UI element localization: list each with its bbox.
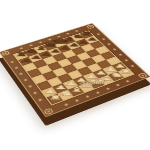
piece-black-pawn: ♟	[40, 48, 52, 56]
piece-black-king: ♚	[55, 37, 66, 44]
piece-black-knight: ♞	[26, 46, 38, 53]
photo-frame: ♜♞♝♛♚♝♞♜♟♟♟♟♟♟♟♟♟♟♟♟♟♟♟♟♜♞♝♛♚♝♞♜	[0, 0, 150, 150]
piece-black-bishop: ♝	[36, 43, 48, 50]
black-knight-glyph: ♞	[24, 49, 40, 54]
black-rook-glyph: ♜	[15, 52, 30, 57]
square-e6	[62, 50, 76, 59]
piece-black-pawn: ♟	[87, 34, 97, 41]
square-d6	[52, 53, 67, 62]
piece-black-pawn: ♟	[60, 42, 71, 49]
corner-rosette-icon	[0, 50, 11, 57]
border-dots-top	[12, 27, 85, 52]
black-pawn-glyph: ♟	[40, 52, 53, 56]
square-c6	[43, 56, 58, 65]
square-g8	[71, 34, 85, 42]
square-b7	[28, 54, 42, 63]
black-pawn-glyph: ♟	[68, 43, 80, 47]
square-c8	[34, 45, 48, 53]
black-pawn-glyph: ♟	[77, 40, 89, 44]
corner-rosette-icon	[136, 72, 149, 80]
piece-black-pawn: ♟	[78, 36, 88, 43]
square-f6	[71, 47, 85, 55]
square-g6	[81, 44, 95, 52]
square-g4	[91, 54, 106, 63]
piece-black-bishop: ♝	[64, 34, 75, 41]
square-g7	[76, 39, 90, 47]
black-king-glyph: ♚	[50, 38, 70, 45]
square-e7	[57, 45, 71, 53]
scene-3d: ♜♞♝♛♚♝♞♜♟♟♟♟♟♟♟♟♟♟♟♟♟♟♟♟♜♞♝♛♚♝♞♜	[0, 0, 150, 150]
black-pawn-glyph: ♟	[49, 49, 62, 53]
black-bishop-glyph: ♝	[62, 37, 77, 42]
black-pawn-glyph: ♟	[86, 37, 98, 41]
square-h7	[85, 36, 99, 44]
square-h5	[95, 46, 110, 54]
square-f7	[66, 42, 80, 50]
square-h8	[80, 31, 94, 39]
black-pawn-glyph: ♟	[20, 58, 33, 63]
piece-black-pawn: ♟	[31, 51, 43, 59]
square-h6	[90, 41, 104, 49]
square-f8	[62, 37, 76, 45]
piece-black-pawn: ♟	[21, 54, 33, 62]
piece-black-rook: ♜	[82, 29, 92, 36]
square-b8	[24, 48, 38, 57]
corner-rosette-icon	[85, 24, 96, 30]
square-f5	[76, 52, 91, 61]
piece-black-pawn: ♟	[50, 45, 61, 52]
square-g5	[86, 49, 101, 58]
square-d8	[43, 42, 57, 50]
piece-black-rook: ♜	[16, 49, 28, 57]
black-pawn-glyph: ♟	[30, 55, 43, 60]
black-rook-glyph: ♜	[80, 32, 93, 37]
square-e5	[67, 55, 82, 64]
square-e8	[52, 39, 66, 47]
black-bishop-glyph: ♝	[33, 45, 49, 51]
pieces-layer: ♜♞♝♛♚♝♞♜♟♟♟♟♟♟♟♟♟♟♟♟♟♟♟♟♜♞♝♛♚♝♞♜	[0, 23, 92, 52]
square-d7	[48, 48, 62, 56]
square-a8	[14, 51, 28, 60]
square-h4	[100, 51, 115, 60]
black-knight-glyph: ♞	[71, 34, 85, 39]
chess-board: ♜♞♝♛♚♝♞♜♟♟♟♟♟♟♟♟♟♟♟♟♟♟♟♟♜♞♝♛♚♝♞♜	[0, 23, 150, 117]
black-queen-glyph: ♛	[42, 41, 61, 47]
piece-black-queen: ♛	[45, 40, 56, 47]
piece-black-pawn: ♟	[69, 39, 80, 46]
square-c7	[38, 51, 52, 60]
piece-black-knight: ♞	[73, 32, 83, 39]
black-pawn-glyph: ♟	[59, 46, 71, 50]
